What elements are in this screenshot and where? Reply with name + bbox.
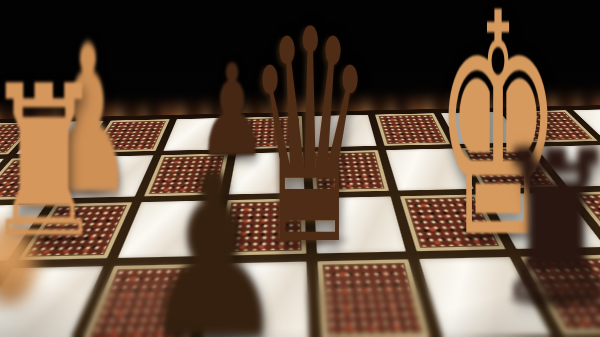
chess-photo-scene: ♟ ♜ ♟ ♛ ♚ ♜ ♟ [0, 0, 600, 337]
black-rook-front[interactable]: ♜ [490, 124, 600, 330]
black-pawn-front[interactable]: ♟ [140, 143, 287, 337]
